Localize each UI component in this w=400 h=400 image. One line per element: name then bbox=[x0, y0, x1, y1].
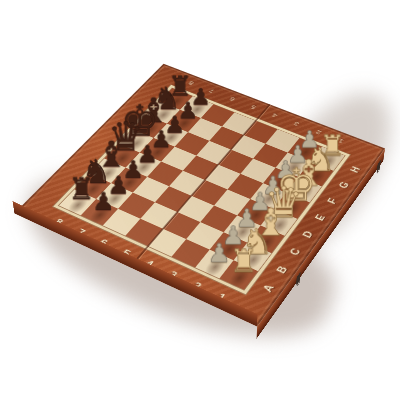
piece-black-pawn-a7[interactable]: ♟ bbox=[92, 189, 114, 214]
piece-white-pawn-a2[interactable]: ♟ bbox=[208, 240, 231, 266]
piece-white-rook-a1[interactable]: ♜ bbox=[229, 246, 257, 278]
latch-hook-icon bbox=[377, 160, 381, 173]
chess-board: ABCDEFGH1234567812345678 ♜♞♝♛♚♝♞♜♟♟♟♟♟♟♟… bbox=[14, 64, 385, 327]
latch-hook-icon bbox=[296, 272, 301, 286]
piece-black-rook-a8[interactable]: ♜ bbox=[68, 175, 95, 205]
product-photo: ABCDEFGH1234567812345678 ♜♞♝♛♚♝♞♜♟♟♟♟♟♟♟… bbox=[0, 0, 400, 400]
scene: ABCDEFGH1234567812345678 ♜♞♝♛♚♝♞♜♟♟♟♟♟♟♟… bbox=[0, 0, 400, 400]
